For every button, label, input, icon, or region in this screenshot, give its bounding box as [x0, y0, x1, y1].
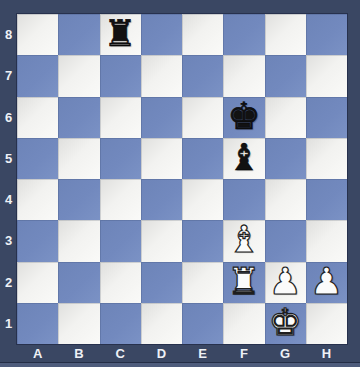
square-h3[interactable] — [306, 220, 347, 261]
rank-label-1: 1 — [0, 303, 17, 344]
square-b3[interactable] — [58, 220, 99, 261]
rank-labels: 87654321 — [0, 14, 17, 344]
square-a1[interactable] — [17, 303, 58, 344]
square-c7[interactable] — [100, 55, 141, 96]
file-label-d: D — [141, 344, 182, 362]
square-c5[interactable] — [100, 138, 141, 179]
square-d8[interactable] — [141, 14, 182, 55]
square-c2[interactable] — [100, 262, 141, 303]
rank-label-7: 7 — [0, 55, 17, 96]
square-a8[interactable] — [17, 14, 58, 55]
file-label-g: G — [265, 344, 306, 362]
square-e4[interactable] — [182, 179, 223, 220]
square-g8[interactable] — [265, 14, 306, 55]
square-h7[interactable] — [306, 55, 347, 96]
square-f6[interactable]: ♚ — [223, 97, 264, 138]
square-c8[interactable]: ♜ — [100, 14, 141, 55]
square-b2[interactable] — [58, 262, 99, 303]
rank-label-2: 2 — [0, 262, 17, 303]
square-f3[interactable]: ♝ — [223, 220, 264, 261]
square-d5[interactable] — [141, 138, 182, 179]
square-c6[interactable] — [100, 97, 141, 138]
square-f5[interactable]: ♝ — [223, 138, 264, 179]
square-g7[interactable] — [265, 55, 306, 96]
square-b1[interactable] — [58, 303, 99, 344]
rank-label-3: 3 — [0, 220, 17, 261]
frame-bottom-strip — [0, 362, 360, 367]
square-c1[interactable] — [100, 303, 141, 344]
square-f7[interactable] — [223, 55, 264, 96]
square-d2[interactable] — [141, 262, 182, 303]
square-e6[interactable] — [182, 97, 223, 138]
square-d4[interactable] — [141, 179, 182, 220]
square-a4[interactable] — [17, 179, 58, 220]
square-h6[interactable] — [306, 97, 347, 138]
square-g3[interactable] — [265, 220, 306, 261]
square-h2[interactable]: ♟ — [306, 262, 347, 303]
square-e3[interactable] — [182, 220, 223, 261]
square-f8[interactable] — [223, 14, 264, 55]
square-b4[interactable] — [58, 179, 99, 220]
square-e2[interactable] — [182, 262, 223, 303]
rank-label-5: 5 — [0, 138, 17, 179]
file-label-b: B — [58, 344, 99, 362]
rank-label-4: 4 — [0, 179, 17, 220]
piece-black-king[interactable]: ♚ — [227, 97, 260, 137]
square-b8[interactable] — [58, 14, 99, 55]
board-frame: 87654321 ♜♚♝♝♜♟♟♚ ABCDEFGH — [0, 0, 360, 367]
rank-label-6: 6 — [0, 97, 17, 138]
square-b5[interactable] — [58, 138, 99, 179]
square-c4[interactable] — [100, 179, 141, 220]
piece-white-pawn[interactable]: ♟ — [269, 262, 302, 302]
square-h1[interactable] — [306, 303, 347, 344]
file-labels: ABCDEFGH — [17, 344, 347, 362]
square-a5[interactable] — [17, 138, 58, 179]
square-d1[interactable] — [141, 303, 182, 344]
square-f1[interactable] — [223, 303, 264, 344]
square-a2[interactable] — [17, 262, 58, 303]
piece-white-pawn[interactable]: ♟ — [310, 262, 343, 302]
square-e1[interactable] — [182, 303, 223, 344]
file-label-h: H — [306, 344, 347, 362]
square-g6[interactable] — [265, 97, 306, 138]
square-d7[interactable] — [141, 55, 182, 96]
square-g5[interactable] — [265, 138, 306, 179]
piece-black-rook[interactable]: ♜ — [104, 14, 137, 54]
square-e7[interactable] — [182, 55, 223, 96]
square-f4[interactable] — [223, 179, 264, 220]
piece-white-bishop[interactable]: ♝ — [227, 220, 260, 260]
square-h8[interactable] — [306, 14, 347, 55]
file-label-a: A — [17, 344, 58, 362]
square-d3[interactable] — [141, 220, 182, 261]
square-b7[interactable] — [58, 55, 99, 96]
square-g4[interactable] — [265, 179, 306, 220]
file-label-e: E — [182, 344, 223, 362]
square-b6[interactable] — [58, 97, 99, 138]
square-g2[interactable]: ♟ — [265, 262, 306, 303]
square-c3[interactable] — [100, 220, 141, 261]
square-a6[interactable] — [17, 97, 58, 138]
square-e8[interactable] — [182, 14, 223, 55]
rank-label-8: 8 — [0, 14, 17, 55]
piece-white-king[interactable]: ♚ — [269, 303, 302, 343]
square-e5[interactable] — [182, 138, 223, 179]
square-d6[interactable] — [141, 97, 182, 138]
square-a7[interactable] — [17, 55, 58, 96]
piece-black-bishop[interactable]: ♝ — [227, 138, 260, 178]
square-h5[interactable] — [306, 138, 347, 179]
square-g1[interactable]: ♚ — [265, 303, 306, 344]
piece-white-rook[interactable]: ♜ — [227, 262, 260, 302]
file-label-f: F — [223, 344, 264, 362]
file-label-c: C — [100, 344, 141, 362]
square-h4[interactable] — [306, 179, 347, 220]
square-a3[interactable] — [17, 220, 58, 261]
chess-board: ♜♚♝♝♜♟♟♚ — [17, 14, 347, 344]
square-f2[interactable]: ♜ — [223, 262, 264, 303]
